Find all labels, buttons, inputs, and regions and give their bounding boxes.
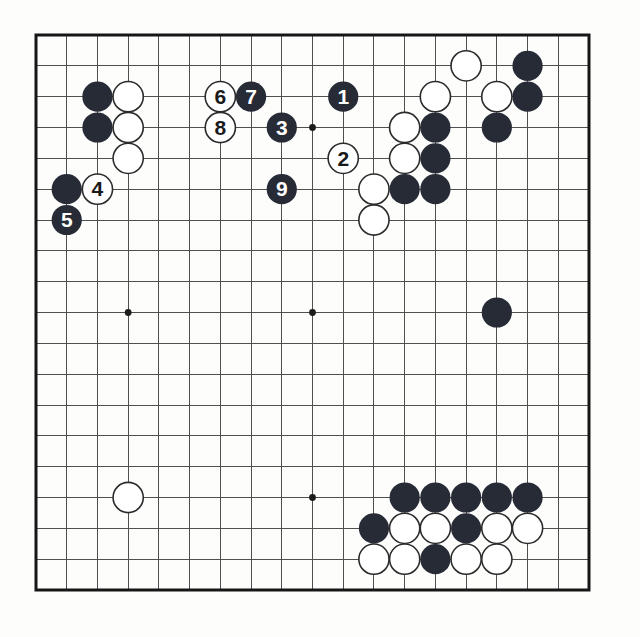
stone-white (482, 82, 512, 112)
stone-black (82, 112, 112, 142)
move-number-label: 2 (337, 147, 349, 170)
move-number-label: 5 (61, 208, 73, 231)
stone-black (482, 482, 512, 512)
stone-white (390, 513, 420, 543)
stone-black (482, 112, 512, 142)
move-number-label: 1 (337, 85, 349, 108)
stone-white (482, 513, 512, 543)
stone-white (113, 82, 143, 112)
stone-white (420, 82, 450, 112)
star-point (125, 309, 132, 316)
move-number-label: 3 (276, 116, 288, 139)
stone-black (420, 544, 450, 574)
move-number-label: 9 (276, 177, 288, 200)
stone-white (482, 544, 512, 574)
stone-white (113, 112, 143, 142)
stone-white (359, 205, 389, 235)
stone-white (113, 482, 143, 512)
go-board: 123456789 (0, 0, 640, 637)
stone-black (451, 482, 481, 512)
star-point (309, 309, 316, 316)
stone-white (451, 51, 481, 81)
stone-black (359, 513, 389, 543)
stone-black (390, 482, 420, 512)
stone-black (512, 82, 542, 112)
stone-black (52, 174, 82, 204)
stone-black (512, 51, 542, 81)
stone-white (451, 544, 481, 574)
move-number-label: 7 (245, 85, 257, 108)
stone-black (420, 143, 450, 173)
stone-white (390, 143, 420, 173)
stone-black (390, 174, 420, 204)
stone-black (482, 297, 512, 327)
scanned-go-diagram-page: 123456789 (0, 0, 640, 637)
stone-black (451, 513, 481, 543)
stone-black (420, 482, 450, 512)
go-board-svg: 123456789 (0, 0, 640, 637)
stone-black (420, 174, 450, 204)
stone-white (359, 544, 389, 574)
move-number-label: 6 (214, 85, 226, 108)
stone-white (390, 544, 420, 574)
star-point (309, 124, 316, 131)
stone-white (390, 112, 420, 142)
move-number-label: 8 (214, 116, 226, 139)
stone-white (113, 143, 143, 173)
stone-white (359, 174, 389, 204)
stone-white (512, 513, 542, 543)
move-number-label: 4 (92, 177, 104, 200)
stone-black (82, 82, 112, 112)
stone-black (420, 112, 450, 142)
stone-white (420, 513, 450, 543)
stone-black (512, 482, 542, 512)
star-point (309, 494, 316, 501)
